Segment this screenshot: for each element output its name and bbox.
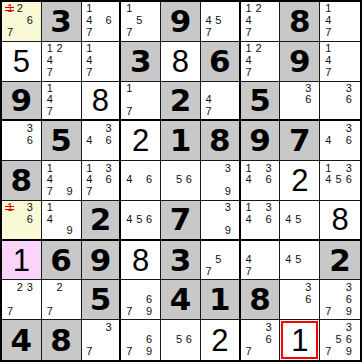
- cell-r7c7[interactable]: 47: [241, 241, 281, 281]
- candidate: 6: [303, 94, 313, 106]
- pencil-marks: 136: [2, 201, 41, 239]
- given-digit: 6: [50, 245, 72, 276]
- pencil-marks: 37: [82, 320, 120, 360]
- candidate: 4: [45, 174, 55, 186]
- given-digit: 5: [90, 284, 112, 315]
- pencil-marks: 39: [201, 201, 239, 239]
- given-digit: 3: [130, 46, 152, 77]
- solved-digit: 5: [13, 46, 30, 77]
- pencil-marks: 13456: [320, 161, 360, 200]
- cell-r7c6[interactable]: 57: [201, 241, 241, 281]
- candidate: 5: [174, 333, 184, 345]
- candidate: 4: [323, 15, 333, 27]
- cell-r1c2[interactable]: 3: [42, 2, 82, 42]
- candidate: 4: [45, 94, 55, 106]
- candidate: 3: [264, 321, 274, 333]
- candidate: 4: [204, 94, 214, 106]
- candidate: 3: [104, 321, 114, 333]
- given-digit: 2: [329, 245, 351, 276]
- candidate: 9: [223, 186, 233, 198]
- cell-r3c2[interactable]: 147: [42, 82, 82, 122]
- candidate: 4: [244, 213, 254, 225]
- candidate: 4: [85, 134, 95, 146]
- candidate: 7: [204, 266, 214, 278]
- cell-r4c3[interactable]: 346: [82, 121, 122, 161]
- candidate: 1: [45, 202, 55, 214]
- cell-r5c5[interactable]: 56: [161, 161, 201, 201]
- candidate: 3: [344, 162, 354, 174]
- candidate: 5: [174, 174, 184, 186]
- candidate: 3: [25, 202, 35, 214]
- cell-r7c8[interactable]: 45: [280, 241, 320, 281]
- given-digit: 6: [209, 46, 231, 77]
- cell-r1c8[interactable]: 8: [280, 2, 320, 42]
- cell-r3c6[interactable]: 47: [201, 82, 241, 122]
- candidate: 3: [223, 162, 233, 174]
- cell-r4c7[interactable]: 9: [241, 121, 281, 161]
- candidate: 6: [344, 174, 354, 186]
- cell-r4c5[interactable]: 1: [161, 121, 201, 161]
- candidate: 3: [25, 122, 35, 134]
- cell-r9c2[interactable]: 8: [42, 320, 82, 360]
- cell-r4c2[interactable]: 5: [42, 121, 82, 161]
- cell-r4c4[interactable]: 2: [121, 121, 161, 161]
- candidate: 7: [323, 67, 333, 79]
- cell-r4c8[interactable]: 7: [280, 121, 320, 161]
- candidate: 4: [85, 15, 95, 27]
- candidate: 4: [45, 55, 55, 67]
- cell-r9c1[interactable]: 4: [2, 320, 42, 360]
- given-digit: 7: [170, 204, 192, 235]
- pencil-marks: 457: [201, 2, 239, 41]
- candidate: 7: [323, 346, 333, 358]
- candidate: 1: [323, 3, 333, 15]
- given-digit: 8: [11, 165, 33, 196]
- cell-r8c5[interactable]: 4: [161, 280, 201, 320]
- solved-digit: 1: [291, 325, 308, 356]
- candidate: 6: [104, 174, 114, 186]
- pencil-marks: 47: [201, 82, 239, 120]
- pencil-marks: 35679: [320, 320, 360, 360]
- candidate: 1: [85, 43, 95, 55]
- cell-r3c1[interactable]: 9: [2, 82, 42, 122]
- candidate: 2: [254, 3, 264, 15]
- candidate: 4: [244, 254, 254, 266]
- given-digit: 4: [170, 284, 192, 315]
- solved-digit: 2: [132, 125, 149, 156]
- candidate: 1: [124, 83, 134, 95]
- candidate: 7: [45, 305, 55, 317]
- pencil-marks: 36: [280, 280, 319, 319]
- cell-r8c4[interactable]: 679: [121, 280, 161, 320]
- candidate: 6: [144, 333, 154, 345]
- given-digit: 1: [170, 125, 192, 156]
- candidate: 1: [323, 162, 333, 174]
- candidate: 7: [85, 67, 95, 79]
- candidate: 1: [323, 43, 333, 55]
- cell-r9c5[interactable]: 56: [161, 320, 201, 360]
- candidate: 2: [15, 3, 25, 15]
- candidate: 6: [264, 213, 274, 225]
- candidate: 5: [293, 213, 303, 225]
- pencil-marks: 1247: [42, 42, 81, 81]
- candidate: 5: [213, 254, 223, 266]
- candidate: 6: [104, 15, 114, 27]
- candidate: 7: [45, 67, 55, 79]
- candidate: 1: [244, 202, 254, 214]
- pencil-marks: 346: [82, 121, 120, 160]
- candidate: 7: [244, 346, 254, 358]
- cell-r9c8[interactable]: 1: [280, 320, 320, 360]
- candidate: 4: [85, 174, 95, 186]
- candidate: 6: [184, 174, 194, 186]
- candidate: 4: [124, 174, 134, 186]
- pencil-marks: 27: [42, 280, 81, 319]
- cell-r8c7[interactable]: 8: [241, 280, 281, 320]
- cell-r5c6[interactable]: 39: [201, 161, 241, 201]
- candidate: 3: [344, 122, 354, 134]
- given-digit: 8: [249, 284, 271, 315]
- cell-r5c8[interactable]: 2: [280, 161, 320, 201]
- candidate: 3: [264, 162, 274, 174]
- candidate: 6: [344, 94, 354, 106]
- cell-r1c7[interactable]: 1247: [241, 2, 281, 42]
- pencil-marks: 36: [280, 82, 319, 120]
- candidate: 7: [124, 27, 134, 39]
- given-digit: 9: [90, 245, 112, 276]
- candidate: 7: [244, 67, 254, 79]
- cell-r9c3[interactable]: 37: [82, 320, 122, 360]
- candidate: 5: [333, 333, 343, 345]
- candidate: 2: [15, 281, 25, 293]
- candidate: 7: [124, 305, 134, 317]
- pencil-marks: 56: [161, 161, 200, 200]
- pencil-marks: 47: [241, 241, 280, 280]
- candidate: 2: [254, 43, 264, 55]
- cell-r2c8[interactable]: 9: [280, 42, 320, 82]
- candidate: 6: [25, 15, 35, 27]
- candidate: 1: [45, 43, 55, 55]
- cell-r2c5[interactable]: 8: [161, 42, 201, 82]
- candidate: 4: [323, 134, 333, 146]
- candidate: 3: [303, 83, 313, 95]
- given-digit: 9: [249, 125, 271, 156]
- candidate: 3: [344, 281, 354, 293]
- given-digit: 3: [170, 245, 192, 276]
- cell-r1c3[interactable]: 1467: [82, 2, 122, 42]
- pencil-marks: 1247: [241, 42, 280, 81]
- cell-r4c6[interactable]: 8: [201, 121, 241, 161]
- cell-r6c3[interactable]: 2: [82, 201, 122, 241]
- pencil-marks: 3679: [320, 280, 360, 319]
- cell-r8c8[interactable]: 36: [280, 280, 320, 320]
- candidate: 7: [85, 186, 95, 198]
- candidate: 6: [264, 333, 274, 345]
- solved-digit: 8: [172, 46, 189, 77]
- given-digit: 2: [170, 85, 192, 116]
- candidate: 7: [124, 106, 134, 118]
- given-digit: 5: [249, 85, 271, 116]
- given-digit: 9: [170, 6, 192, 37]
- given-digit: 7: [289, 125, 311, 156]
- given-digit: 9: [289, 46, 311, 77]
- candidate: 5: [134, 15, 144, 27]
- pencil-marks: 679: [121, 320, 160, 360]
- cell-r5c2[interactable]: 1479: [42, 161, 82, 201]
- candidate: 4: [85, 55, 95, 67]
- cell-r6c1[interactable]: 136: [2, 201, 42, 241]
- cell-r4c9[interactable]: 346: [320, 121, 360, 161]
- given-digit: 1: [209, 284, 231, 315]
- candidate: 7: [244, 27, 254, 39]
- pencil-marks: 237: [2, 280, 41, 319]
- cell-r6c4[interactable]: 456: [121, 201, 161, 241]
- cell-r8c3[interactable]: 5: [82, 280, 122, 320]
- solved-digit: 1: [13, 245, 30, 276]
- cell-r1c4[interactable]: 157: [121, 2, 161, 42]
- candidate: 6: [344, 134, 354, 146]
- cell-r5c3[interactable]: 13467: [82, 161, 122, 201]
- cell-r5c7[interactable]: 1346: [241, 161, 281, 201]
- solved-digit: 8: [331, 204, 348, 235]
- cell-r4c1[interactable]: 36: [2, 121, 42, 161]
- pencil-marks: 56: [161, 320, 200, 360]
- candidate: 7: [323, 305, 333, 317]
- pencil-marks: 1346: [241, 201, 280, 239]
- candidate: 7: [85, 346, 95, 358]
- pencil-marks: 1267: [2, 2, 41, 41]
- pencil-marks: 679: [121, 280, 160, 319]
- cell-r5c4[interactable]: 46: [121, 161, 161, 201]
- candidate: 2: [55, 43, 65, 55]
- candidate: 3: [303, 281, 313, 293]
- candidate: 3: [25, 281, 35, 293]
- cell-r2c1[interactable]: 5: [2, 42, 42, 82]
- cell-r9c7[interactable]: 367: [241, 320, 281, 360]
- solved-digit: 8: [132, 245, 149, 276]
- cell-r9c6[interactable]: 2: [201, 320, 241, 360]
- candidate: 6: [144, 213, 154, 225]
- solved-digit: 2: [291, 165, 308, 196]
- candidate: 1: [85, 3, 95, 15]
- solved-digit: 8: [92, 85, 109, 116]
- pencil-marks: 45: [280, 241, 319, 280]
- cell-r9c4[interactable]: 679: [121, 320, 161, 360]
- cell-r6c9[interactable]: 8: [320, 201, 360, 241]
- pencil-marks: 39: [201, 161, 239, 200]
- cell-r6c5[interactable]: 7: [161, 201, 201, 241]
- pencil-marks: 36: [320, 82, 360, 120]
- candidate: 7: [45, 186, 55, 198]
- cell-r3c9[interactable]: 36: [320, 82, 360, 122]
- candidate: 7: [5, 305, 15, 317]
- cell-r7c5[interactable]: 3: [161, 241, 201, 281]
- cell-r1c1[interactable]: 1267: [2, 2, 42, 42]
- cell-r8c2[interactable]: 27: [42, 280, 82, 320]
- candidate: 4: [283, 254, 293, 266]
- candidate: 4: [244, 15, 254, 27]
- candidate: 9: [344, 346, 354, 358]
- cell-r8c1[interactable]: 237: [2, 280, 42, 320]
- pencil-marks: 57: [201, 241, 239, 280]
- candidate: 6: [25, 213, 35, 225]
- candidate: 7: [45, 106, 55, 118]
- cell-r3c5[interactable]: 2: [161, 82, 201, 122]
- sudoku-board: 1267314671579457124781475124714738612479…: [0, 0, 362, 362]
- candidate: 9: [344, 305, 354, 317]
- candidate: 7: [204, 27, 214, 39]
- cell-r9c9[interactable]: 35679: [320, 320, 360, 360]
- candidate: 4: [204, 15, 214, 27]
- candidate: 9: [223, 225, 233, 237]
- given-digit: 5: [50, 125, 72, 156]
- cell-r8c6[interactable]: 1: [201, 280, 241, 320]
- candidate: 3: [344, 83, 354, 95]
- pencil-marks: 456: [121, 201, 160, 239]
- cell-r1c9[interactable]: 147: [320, 2, 360, 42]
- cell-r1c5[interactable]: 9: [161, 2, 201, 42]
- candidate: 5: [134, 213, 144, 225]
- cell-r7c2[interactable]: 6: [42, 241, 82, 281]
- pencil-marks: 45: [280, 201, 319, 239]
- cell-r5c1[interactable]: 8: [2, 161, 42, 201]
- candidate: 4: [283, 213, 293, 225]
- cell-r3c8[interactable]: 36: [280, 82, 320, 122]
- candidate: 2: [55, 281, 65, 293]
- candidate: 6: [344, 293, 354, 305]
- pencil-marks: 147: [320, 42, 360, 81]
- cell-r1c6[interactable]: 457: [201, 2, 241, 42]
- solved-digit: 2: [211, 325, 228, 356]
- given-digit: 8: [209, 125, 231, 156]
- candidate: 3: [104, 162, 114, 174]
- cell-r3c4[interactable]: 17: [121, 82, 161, 122]
- cell-r3c7[interactable]: 5: [241, 82, 281, 122]
- candidate: 9: [144, 346, 154, 358]
- given-digit: 4: [11, 325, 33, 356]
- candidate: 6: [264, 174, 274, 186]
- candidate: 7: [204, 106, 214, 118]
- candidate: 1: [244, 3, 254, 15]
- candidate: 6: [144, 293, 154, 305]
- struck-candidate: 1: [5, 202, 15, 214]
- cell-r2c9[interactable]: 147: [320, 42, 360, 82]
- pencil-marks: 36: [2, 121, 41, 160]
- given-digit: 8: [289, 6, 311, 37]
- pencil-marks: 149: [42, 201, 81, 239]
- pencil-marks: 1346: [241, 161, 280, 200]
- candidate: 7: [85, 27, 95, 39]
- candidate: 9: [144, 305, 154, 317]
- given-digit: 3: [50, 6, 72, 37]
- candidate: 1: [85, 162, 95, 174]
- candidate: 5: [213, 15, 223, 27]
- candidate: 4: [244, 174, 254, 186]
- candidate: 3: [264, 202, 274, 214]
- cell-r2c3[interactable]: 147: [82, 42, 122, 82]
- cell-r7c3[interactable]: 9: [82, 241, 122, 281]
- candidate: 1: [45, 162, 55, 174]
- pencil-marks: 1479: [42, 161, 81, 200]
- pencil-marks: 367: [241, 320, 280, 360]
- candidate: 4: [323, 55, 333, 67]
- pencil-marks: 1247: [241, 2, 280, 41]
- pencil-marks: 13467: [82, 161, 120, 200]
- candidate: 6: [25, 134, 35, 146]
- given-digit: 8: [50, 325, 72, 356]
- struck-candidate: 1: [5, 3, 15, 15]
- candidate: 4: [244, 55, 254, 67]
- candidate: 3: [344, 321, 354, 333]
- candidate: 7: [5, 27, 15, 39]
- candidate: 7: [323, 27, 333, 39]
- candidate: 4: [45, 213, 55, 225]
- cell-r2c2[interactable]: 1247: [42, 42, 82, 82]
- candidate: 1: [244, 162, 254, 174]
- cell-r7c1[interactable]: 1: [2, 241, 42, 281]
- pencil-marks: 17: [121, 82, 160, 120]
- candidate: 9: [65, 225, 75, 237]
- candidate: 9: [65, 186, 75, 198]
- candidate: 6: [104, 134, 114, 146]
- given-digit: 9: [11, 85, 33, 116]
- cell-r6c7[interactable]: 1346: [241, 201, 281, 241]
- candidate: 5: [333, 174, 343, 186]
- cell-r7c4[interactable]: 8: [121, 241, 161, 281]
- candidate: 5: [293, 254, 303, 266]
- pencil-marks: 147: [320, 2, 360, 41]
- pencil-marks: 147: [82, 42, 120, 81]
- cell-r5c9[interactable]: 13456: [320, 161, 360, 201]
- pencil-marks: 147: [42, 82, 81, 120]
- candidate: 6: [144, 174, 154, 186]
- candidate: 1: [45, 83, 55, 95]
- cell-r6c2[interactable]: 149: [42, 201, 82, 241]
- candidate: 6: [184, 333, 194, 345]
- candidate: 7: [124, 346, 134, 358]
- cell-r2c6[interactable]: 6: [201, 42, 241, 82]
- cell-r2c4[interactable]: 3: [121, 42, 161, 82]
- cell-r6c6[interactable]: 39: [201, 201, 241, 241]
- cell-r6c8[interactable]: 45: [280, 201, 320, 241]
- pencil-marks: 1467: [82, 2, 120, 41]
- candidate: 7: [244, 266, 254, 278]
- candidate: 6: [303, 293, 313, 305]
- pencil-marks: 157: [121, 2, 160, 41]
- candidate: 4: [124, 213, 134, 225]
- pencil-marks: 46: [121, 161, 160, 200]
- cell-r7c9[interactable]: 2: [320, 241, 360, 281]
- candidate: 3: [104, 122, 114, 134]
- candidate: 1: [124, 3, 134, 15]
- cell-r2c7[interactable]: 1247: [241, 42, 281, 82]
- candidate: 4: [323, 174, 333, 186]
- given-digit: 2: [90, 204, 112, 235]
- cell-r3c3[interactable]: 8: [82, 82, 122, 122]
- candidate: 3: [223, 202, 233, 214]
- candidate: 1: [244, 43, 254, 55]
- candidate: 6: [344, 333, 354, 345]
- cell-r8c9[interactable]: 3679: [320, 280, 360, 320]
- pencil-marks: 346: [320, 121, 360, 160]
